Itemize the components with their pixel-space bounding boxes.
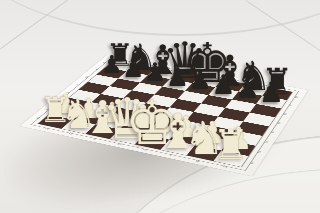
photo-scene: abcdefgh abcdefgh 87654321 87654321 ♜♞♝♛… <box>0 0 320 213</box>
piece-black-pawn-e7[interactable]: ♟ <box>188 67 212 94</box>
piece-black-pawn-f7[interactable]: ♟ <box>211 71 235 98</box>
piece-black-pawn-a7[interactable]: ♟ <box>101 53 123 78</box>
piece-white-rook-h1[interactable]: ♜ <box>213 125 250 166</box>
piece-black-pawn-g7[interactable]: ♟ <box>235 75 260 103</box>
piece-black-pawn-d7[interactable]: ♟ <box>166 63 189 89</box>
piece-black-pawn-b7[interactable]: ♟ <box>122 56 145 81</box>
pieces-layer: ♜♞♝♛♚♝♞♜♟♟♟♟♟♟♟♟♟♟♟♟♟♟♟♟♜♞♝♛♚♝♞♜ <box>0 0 320 213</box>
piece-black-pawn-c7[interactable]: ♟ <box>144 60 167 86</box>
piece-black-pawn-h7[interactable]: ♟ <box>259 79 284 107</box>
